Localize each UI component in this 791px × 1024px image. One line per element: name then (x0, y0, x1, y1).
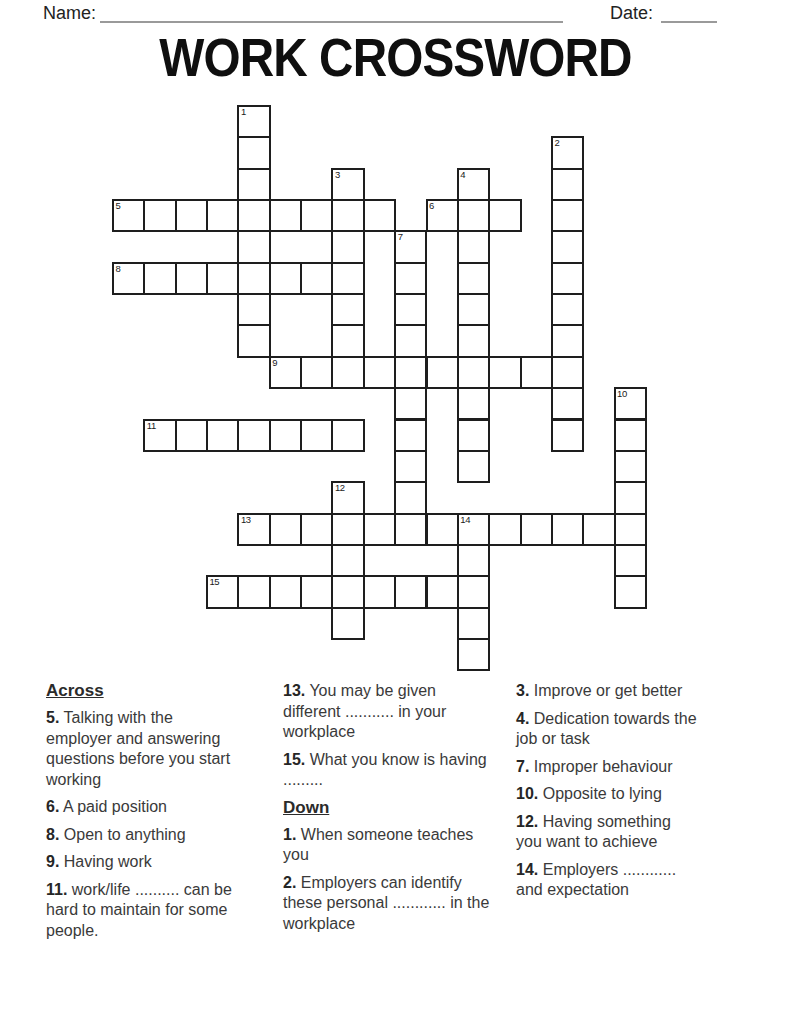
grid-cell[interactable]: 9 (269, 356, 302, 389)
cell-number: 13 (241, 514, 251, 525)
grid-cell[interactable] (300, 262, 333, 295)
cell-number: 2 (554, 137, 559, 148)
grid-cell[interactable] (143, 199, 176, 232)
grid-cell[interactable] (457, 262, 490, 295)
cell-number: 1 (241, 106, 246, 117)
grid-cell[interactable] (331, 419, 364, 452)
clue-down-4: 4. Dedication towards the job or task (516, 709, 698, 750)
grid-cell[interactable] (331, 262, 364, 295)
grid-cell[interactable] (551, 168, 584, 201)
grid-cell[interactable] (394, 262, 427, 295)
grid-cell[interactable] (457, 419, 490, 452)
clue-down-1: 1. When someone teaches you (283, 825, 491, 866)
grid-cell[interactable] (551, 356, 584, 389)
grid-cell[interactable]: 14 (457, 513, 490, 546)
grid-cell[interactable] (143, 262, 176, 295)
grid-cell[interactable] (237, 419, 270, 452)
grid-cell[interactable] (457, 450, 490, 483)
clue-column-3: 3. Improve or get better 4. Dedication t… (516, 681, 698, 908)
grid-cell[interactable] (363, 199, 396, 232)
grid-cell[interactable] (331, 356, 364, 389)
date-label: Date: (610, 3, 653, 24)
cell-number: 4 (460, 169, 465, 180)
grid-cell[interactable] (237, 575, 270, 608)
grid-cell[interactable] (394, 419, 427, 452)
grid-cell[interactable] (520, 513, 553, 546)
grid-cell[interactable] (457, 293, 490, 326)
grid-cell[interactable] (269, 262, 302, 295)
down-heading: Down (283, 798, 491, 818)
name-blank-line (100, 4, 563, 23)
crossword-grid: 123456789101112131415 (113, 106, 647, 672)
clue-across-9: 9. Having work (46, 852, 242, 873)
grid-cell[interactable] (363, 513, 396, 546)
grid-cell[interactable] (237, 293, 270, 326)
grid-cell[interactable] (331, 513, 364, 546)
grid-cell[interactable] (551, 387, 584, 420)
grid-cell[interactable]: 7 (394, 230, 427, 263)
grid-cell[interactable] (331, 199, 364, 232)
clue-across-6: 6. A paid position (46, 797, 242, 818)
grid-cell[interactable]: 11 (143, 419, 176, 452)
clue-across-11: 11. work/life .......... can be hard to … (46, 880, 242, 942)
clue-down-2: 2. Employers can identify these personal… (283, 873, 491, 935)
cell-number: 5 (116, 200, 121, 211)
grid-cell[interactable] (206, 199, 239, 232)
grid-cell[interactable] (551, 293, 584, 326)
grid-cell[interactable] (331, 293, 364, 326)
grid-cell[interactable] (488, 513, 521, 546)
grid-cell[interactable] (488, 356, 521, 389)
grid-cell[interactable] (269, 419, 302, 452)
grid-cell[interactable] (331, 544, 364, 577)
grid-cell[interactable] (614, 575, 647, 608)
grid-cell[interactable]: 15 (206, 575, 239, 608)
grid-cell[interactable] (206, 419, 239, 452)
puzzle-title: WORK CROSSWORD (40, 27, 752, 88)
grid-cell[interactable] (237, 168, 270, 201)
grid-cell[interactable] (175, 262, 208, 295)
cell-number: 12 (335, 482, 345, 493)
clue-down-7: 7. Improper behaviour (516, 757, 698, 778)
grid-cell[interactable] (614, 481, 647, 514)
clue-down-10: 10. Opposite to lying (516, 784, 698, 805)
grid-cell[interactable] (551, 262, 584, 295)
grid-cell[interactable] (394, 356, 427, 389)
grid-cell[interactable] (363, 575, 396, 608)
grid-cell[interactable]: 12 (331, 481, 364, 514)
clue-across-15: 15. What you know is having ......... (283, 750, 491, 791)
cell-number: 11 (147, 420, 156, 431)
grid-cell[interactable] (331, 607, 364, 640)
grid-cell[interactable] (269, 575, 302, 608)
grid-cell[interactable] (394, 450, 427, 483)
grid-cell[interactable] (551, 199, 584, 232)
grid-cell[interactable] (206, 262, 239, 295)
grid-cell[interactable] (457, 544, 490, 577)
grid-cell[interactable] (457, 356, 490, 389)
grid-cell[interactable]: 2 (551, 136, 584, 169)
grid-cell[interactable]: 13 (237, 513, 270, 546)
grid-cell[interactable] (614, 450, 647, 483)
cell-number: 14 (460, 514, 470, 525)
grid-cell[interactable] (457, 638, 490, 671)
grid-cell[interactable] (457, 575, 490, 608)
across-heading: Across (46, 681, 242, 701)
grid-cell[interactable] (237, 262, 270, 295)
cell-number: 8 (116, 263, 121, 274)
grid-cell[interactable] (457, 324, 490, 357)
grid-cell[interactable] (582, 513, 615, 546)
grid-cell[interactable] (269, 513, 302, 546)
grid-cell[interactable] (614, 544, 647, 577)
grid-cell[interactable] (175, 419, 208, 452)
clue-across-13: 13. You may be given different .........… (283, 681, 491, 743)
grid-cell[interactable] (488, 199, 521, 232)
clue-column-1: Across 5. Talking with the employer and … (46, 681, 242, 948)
grid-cell[interactable] (331, 324, 364, 357)
grid-cell[interactable] (394, 513, 427, 546)
grid-cell[interactable] (426, 575, 459, 608)
grid-cell[interactable] (394, 387, 427, 420)
clue-across-5: 5. Talking with the employer and answeri… (46, 708, 242, 790)
grid-cell[interactable] (269, 199, 302, 232)
grid-cell[interactable]: 3 (331, 168, 364, 201)
cell-number: 6 (429, 200, 434, 211)
grid-cell[interactable] (300, 199, 333, 232)
grid-cell[interactable]: 8 (112, 262, 145, 295)
grid-cell[interactable] (331, 575, 364, 608)
cell-number: 9 (272, 357, 277, 368)
grid-cell[interactable]: 5 (112, 199, 145, 232)
grid-cell[interactable] (457, 607, 490, 640)
grid-cell[interactable] (237, 199, 270, 232)
grid-cell[interactable]: 10 (614, 387, 647, 420)
grid-cell[interactable] (457, 230, 490, 263)
clue-down-12: 12. Having something you want to achieve (516, 812, 698, 853)
grid-cell[interactable] (237, 324, 270, 357)
grid-cell[interactable] (331, 230, 364, 263)
cell-number: 10 (617, 388, 627, 399)
grid-cell[interactable] (551, 513, 584, 546)
grid-cell[interactable] (394, 575, 427, 608)
clue-down-14: 14. Employers ............ and expectati… (516, 860, 698, 901)
grid-cell[interactable]: 1 (237, 105, 270, 138)
grid-cell[interactable] (551, 419, 584, 452)
grid-cell[interactable] (300, 575, 333, 608)
grid-cell[interactable] (237, 136, 270, 169)
grid-cell[interactable] (300, 513, 333, 546)
grid-cell[interactable] (457, 387, 490, 420)
grid-cell[interactable] (614, 419, 647, 452)
grid-cell[interactable] (520, 356, 553, 389)
grid-cell[interactable] (551, 324, 584, 357)
grid-cell[interactable] (300, 419, 333, 452)
clue-down-3: 3. Improve or get better (516, 681, 698, 702)
grid-cell[interactable] (394, 324, 427, 357)
grid-cell[interactable] (394, 293, 427, 326)
grid-cell[interactable] (363, 356, 396, 389)
grid-cell[interactable] (426, 356, 459, 389)
grid-cell[interactable] (300, 356, 333, 389)
cell-number: 15 (210, 576, 220, 587)
grid-cell[interactable] (426, 513, 459, 546)
clue-across-8: 8. Open to anything (46, 825, 242, 846)
cell-number: 7 (398, 231, 403, 242)
clue-column-2: 13. You may be given different .........… (283, 681, 491, 941)
crossword-worksheet: Name: Date: WORK CROSSWORD 1234567891011… (0, 0, 791, 1024)
grid-cell[interactable] (394, 481, 427, 514)
grid-cell[interactable] (551, 230, 584, 263)
grid-cell[interactable]: 4 (457, 168, 490, 201)
grid-cell[interactable]: 6 (426, 199, 459, 232)
grid-cell[interactable] (614, 513, 647, 546)
name-label: Name: (43, 3, 96, 24)
grid-cell[interactable] (175, 199, 208, 232)
grid-cell[interactable] (237, 230, 270, 263)
grid-cell[interactable] (457, 199, 490, 232)
cell-number: 3 (335, 169, 340, 180)
date-blank-line (661, 4, 717, 23)
